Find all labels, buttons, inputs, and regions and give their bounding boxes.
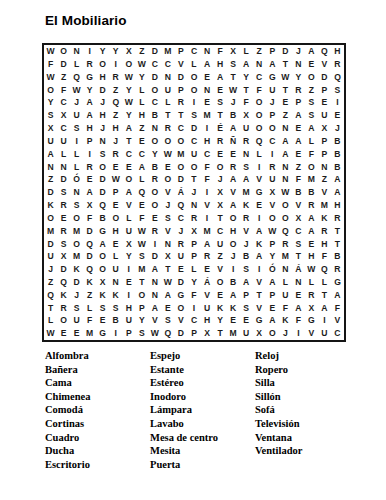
grid-cell: T: [135, 276, 148, 289]
grid-cell: L: [187, 263, 200, 276]
grid-cell: Z: [318, 173, 331, 186]
grid-cell: M: [83, 327, 96, 340]
grid-cell: J: [70, 96, 83, 109]
grid-cell: Q: [174, 199, 187, 212]
grid-cell: W: [161, 148, 174, 161]
grid-cell: Á: [292, 263, 305, 276]
grid-cell: T: [161, 263, 174, 276]
grid-cell: A: [227, 199, 240, 212]
grid-cell: S: [70, 199, 83, 212]
grid-cell: I: [70, 135, 83, 148]
grid-cell: A: [240, 276, 253, 289]
grid-cell: J: [266, 96, 279, 109]
grid-cell: Y: [292, 71, 305, 84]
grid-cell: Q: [318, 45, 331, 58]
grid-cell: Q: [109, 96, 122, 109]
grid-cell: N: [70, 45, 83, 58]
grid-cell: T: [331, 237, 344, 250]
grid-cell: A: [83, 186, 96, 199]
grid-cell: R: [305, 289, 318, 302]
grid-cell: S: [305, 109, 318, 122]
grid-cell: P: [174, 45, 187, 58]
grid-cell: D: [57, 173, 70, 186]
grid-cell: C: [122, 148, 135, 161]
grid-cell: Z: [57, 71, 70, 84]
grid-cell: F: [83, 314, 96, 327]
grid-cell: U: [122, 314, 135, 327]
grid-cell: E: [279, 96, 292, 109]
grid-cell: D: [148, 71, 161, 84]
word-list-item: Sofá: [255, 403, 355, 417]
grid-cell: N: [279, 160, 292, 173]
grid-cell: W: [227, 83, 240, 96]
grid-cell: Q: [161, 327, 174, 340]
grid-cell: R: [214, 135, 227, 148]
grid-cell: F: [135, 212, 148, 225]
grid-cell: P: [240, 289, 253, 302]
grid-cell: A: [318, 302, 331, 315]
grid-cell: R: [201, 250, 214, 263]
grid-cell: B: [148, 109, 161, 122]
grid-cell: K: [96, 289, 109, 302]
grid-cell: S: [240, 302, 253, 315]
grid-cell: H: [201, 314, 214, 327]
grid-cell: O: [148, 83, 161, 96]
grid-cell: P: [187, 250, 200, 263]
grid-cell: C: [187, 135, 200, 148]
word-list-item: Comodá: [45, 403, 150, 417]
grid-cell: E: [201, 96, 214, 109]
grid-cell: N: [44, 160, 57, 173]
grid-cell: O: [227, 237, 240, 250]
grid-cell: B: [292, 186, 305, 199]
grid-cell: N: [148, 122, 161, 135]
grid-cell: R: [174, 237, 187, 250]
grid-cell: V: [161, 186, 174, 199]
grid-cell: B: [227, 276, 240, 289]
grid-cell: V: [122, 199, 135, 212]
grid-cell: F: [187, 289, 200, 302]
grid-cell: B: [331, 148, 344, 161]
grid-cell: L: [70, 58, 83, 71]
grid-cell: J: [227, 96, 240, 109]
grid-cell: R: [148, 173, 161, 186]
word-list-item: Ropero: [255, 363, 355, 377]
grid-cell: O: [279, 212, 292, 225]
word-list-item: Lámpara: [150, 403, 255, 417]
grid-cell: S: [227, 58, 240, 71]
grid-cell: A: [279, 135, 292, 148]
grid-cell: K: [214, 302, 227, 315]
grid-cell: J: [214, 173, 227, 186]
grid-cell: P: [135, 302, 148, 315]
grid-cell: G: [96, 327, 109, 340]
grid-cell: E: [253, 199, 266, 212]
grid-cell: V: [240, 225, 253, 238]
grid-cell: J: [161, 199, 174, 212]
grid-cell: G: [96, 225, 109, 238]
grid-cell: U: [174, 250, 187, 263]
grid-cell: D: [57, 58, 70, 71]
grid-cell: A: [83, 109, 96, 122]
grid-cell: X: [96, 276, 109, 289]
grid-cell: H: [201, 135, 214, 148]
grid-cell: D: [44, 186, 57, 199]
grid-cell: M: [279, 250, 292, 263]
grid-cell: E: [292, 289, 305, 302]
grid-cell: F: [279, 302, 292, 315]
grid-cell: A: [44, 148, 57, 161]
grid-cell: E: [135, 135, 148, 148]
grid-cell: N: [201, 45, 214, 58]
grid-cell: Z: [135, 45, 148, 58]
grid-cell: P: [318, 83, 331, 96]
grid-cell: Z: [253, 45, 266, 58]
grid-cell: S: [305, 96, 318, 109]
grid-cell: O: [266, 122, 279, 135]
grid-cell: Y: [44, 96, 57, 109]
grid-cell: Z: [44, 173, 57, 186]
grid-cell: Q: [253, 135, 266, 148]
grid-cell: L: [135, 96, 148, 109]
grid-cell: S: [187, 109, 200, 122]
grid-cell: O: [174, 302, 187, 315]
grid-cell: H: [122, 302, 135, 315]
grid-cell: K: [253, 237, 266, 250]
word-list-item: Ventilador: [255, 444, 355, 458]
grid-cell: K: [318, 212, 331, 225]
grid-cell: F: [253, 83, 266, 96]
grid-cell: O: [187, 160, 200, 173]
grid-cell: L: [161, 96, 174, 109]
grid-cell: U: [122, 225, 135, 238]
grid-cell: I: [109, 58, 122, 71]
grid-cell: A: [122, 122, 135, 135]
grid-cell: P: [318, 148, 331, 161]
grid-cell: T: [227, 71, 240, 84]
grid-cell: B: [331, 160, 344, 173]
grid-cell: W: [135, 225, 148, 238]
grid-cell: P: [318, 135, 331, 148]
grid-cell: U: [240, 327, 253, 340]
grid-cell: A: [266, 314, 279, 327]
grid-cell: V: [174, 314, 187, 327]
grid-cell: L: [318, 276, 331, 289]
grid-cell: L: [122, 212, 135, 225]
grid-cell: D: [57, 263, 70, 276]
grid-cell: I: [83, 148, 96, 161]
grid-cell: E: [305, 237, 318, 250]
grid-cell: Y: [240, 71, 253, 84]
grid-cell: F: [83, 212, 96, 225]
grid-cell: C: [174, 212, 187, 225]
grid-cell: V: [201, 199, 214, 212]
grid-cell: K: [109, 289, 122, 302]
grid-cell: G: [266, 71, 279, 84]
grid-cell: R: [57, 199, 70, 212]
grid-cell: E: [70, 327, 83, 340]
grid-cell: A: [305, 212, 318, 225]
grid-cell: V: [253, 302, 266, 315]
grid-cell: V: [266, 199, 279, 212]
grid-cell: Q: [318, 263, 331, 276]
grid-cell: L: [253, 148, 266, 161]
grid-cell: U: [318, 327, 331, 340]
grid-cell: R: [83, 160, 96, 173]
grid-cell: N: [109, 276, 122, 289]
grid-cell: É: [214, 122, 227, 135]
grid-cell: W: [122, 71, 135, 84]
grid-cell: L: [83, 302, 96, 315]
grid-cell: D: [83, 250, 96, 263]
grid-cell: P: [266, 45, 279, 58]
grid-cell: O: [44, 83, 57, 96]
grid-cell: S: [70, 122, 83, 135]
grid-cell: O: [70, 237, 83, 250]
grid-cell: C: [214, 225, 227, 238]
grid-cell: G: [174, 289, 187, 302]
grid-cell: J: [292, 45, 305, 58]
grid-cell: V: [148, 314, 161, 327]
word-list-column-1: AlfombraBañeraCamaChimeneaComodáCortinas…: [45, 349, 150, 471]
grid-cell: H: [305, 250, 318, 263]
grid-cell: P: [266, 237, 279, 250]
grid-cell: U: [109, 263, 122, 276]
grid-cell: T: [174, 109, 187, 122]
grid-cell: Y: [135, 314, 148, 327]
grid-cell: X: [292, 212, 305, 225]
grid-cell: X: [161, 250, 174, 263]
grid-cell: D: [279, 45, 292, 58]
grid-cell: O: [122, 173, 135, 186]
grid-cell: Y: [122, 83, 135, 96]
grid-cell: U: [44, 250, 57, 263]
grid-cell: L: [305, 135, 318, 148]
grid-cell: W: [305, 263, 318, 276]
grid-cell: W: [148, 327, 161, 340]
grid-cell: H: [214, 58, 227, 71]
grid-cell: J: [187, 186, 200, 199]
grid-cell: E: [201, 263, 214, 276]
grid-cell: Q: [135, 186, 148, 199]
grid-cell: X: [240, 109, 253, 122]
grid-cell: O: [305, 71, 318, 84]
grid-cell: W: [44, 71, 57, 84]
grid-cell: I: [266, 148, 279, 161]
grid-cell: F: [214, 45, 227, 58]
grid-cell: L: [70, 148, 83, 161]
grid-cell: H: [331, 199, 344, 212]
grid-cell: H: [318, 237, 331, 250]
grid-cell: O: [70, 212, 83, 225]
grid-cell: H: [331, 45, 344, 58]
grid-cell: D: [174, 71, 187, 84]
grid-cell: K: [83, 276, 96, 289]
grid-cell: I: [253, 160, 266, 173]
grid-cell: O: [187, 83, 200, 96]
grid-cell: I: [201, 186, 214, 199]
grid-cell: C: [148, 96, 161, 109]
grid-cell: Y: [96, 45, 109, 58]
grid-cell: Q: [83, 263, 96, 276]
word-list: AlfombraBañeraCamaChimeneaComodáCortinas…: [45, 349, 355, 471]
grid-cell: D: [187, 122, 200, 135]
grid-cell: T: [279, 58, 292, 71]
grid-cell: I: [201, 212, 214, 225]
grid-cell: N: [161, 237, 174, 250]
grid-cell: Z: [279, 109, 292, 122]
grid-cell: T: [122, 135, 135, 148]
grid-cell: L: [187, 58, 200, 71]
grid-cell: D: [96, 173, 109, 186]
grid-cell: F: [292, 173, 305, 186]
grid-cell: E: [227, 314, 240, 327]
grid-cell: Q: [83, 237, 96, 250]
grid-cell: M: [227, 327, 240, 340]
grid-cell: E: [305, 58, 318, 71]
word-list-item: Alfombra: [45, 349, 150, 363]
grid-cell: R: [331, 263, 344, 276]
grid-cell: E: [161, 160, 174, 173]
grid-cell: O: [266, 212, 279, 225]
grid-cell: C: [174, 122, 187, 135]
grid-cell: C: [331, 327, 344, 340]
grid-cell: R: [331, 212, 344, 225]
page-title: El Mobiliario: [45, 13, 127, 28]
word-list-item: Cama: [45, 376, 150, 390]
word-list-item: Reloj: [255, 349, 355, 363]
grid-cell: K: [279, 314, 292, 327]
grid-cell: E: [109, 199, 122, 212]
grid-cell: S: [292, 237, 305, 250]
grid-cell: O: [44, 212, 57, 225]
grid-cell: T: [187, 173, 200, 186]
grid-cell: F: [57, 83, 70, 96]
grid-cell: G: [305, 314, 318, 327]
grid-cell: E: [318, 96, 331, 109]
grid-cell: E: [57, 212, 70, 225]
grid-cell: S: [57, 237, 70, 250]
grid-cell: H: [83, 122, 96, 135]
grid-cell: S: [135, 327, 148, 340]
grid-cell: H: [227, 225, 240, 238]
grid-cell: V: [253, 173, 266, 186]
grid-cell: Ó: [266, 263, 279, 276]
grid-cell: R: [227, 160, 240, 173]
grid-cell: J: [44, 263, 57, 276]
grid-cell: N: [161, 71, 174, 84]
grid-cell: S: [240, 160, 253, 173]
grid-cell: Q: [331, 71, 344, 84]
grid-cell: E: [227, 148, 240, 161]
grid-cell: A: [331, 186, 344, 199]
grid-cell: P: [187, 237, 200, 250]
grid-cell: X: [122, 237, 135, 250]
grid-cell: X: [305, 302, 318, 315]
grid-cell: O: [148, 186, 161, 199]
grid-cell: O: [266, 327, 279, 340]
grid-cell: P: [187, 327, 200, 340]
grid-cell: F: [305, 148, 318, 161]
grid-cell: O: [57, 45, 70, 58]
grid-cell: M: [201, 109, 214, 122]
grid-cell: Z: [135, 122, 148, 135]
grid-cell: H: [135, 109, 148, 122]
word-list-item: Chimenea: [45, 390, 150, 404]
grid-cell: E: [214, 148, 227, 161]
grid-cell: A: [148, 302, 161, 315]
grid-cell: X: [57, 109, 70, 122]
word-list-item: Televisión: [255, 417, 355, 431]
grid-cell: O: [96, 160, 109, 173]
grid-cell: Y: [148, 148, 161, 161]
grid-cell: Á: [174, 186, 187, 199]
grid-cell: P: [292, 96, 305, 109]
grid-cell: C: [161, 58, 174, 71]
grid-cell: W: [122, 96, 135, 109]
grid-cell: E: [148, 212, 161, 225]
grid-cell: R: [109, 71, 122, 84]
grid-cell: J: [331, 122, 344, 135]
grid-cell: H: [96, 109, 109, 122]
grid-cell: X: [227, 45, 240, 58]
word-search-grid: WONIYYXZDMPCNFXLZPDJAQHFDLROIOWCCVLAHSAN…: [42, 43, 346, 342]
grid-cell: R: [187, 212, 200, 225]
grid-cell: A: [292, 109, 305, 122]
grid-cell: P: [122, 327, 135, 340]
grid-cell: R: [331, 58, 344, 71]
grid-cell: O: [253, 96, 266, 109]
grid-cell: O: [122, 58, 135, 71]
grid-cell: O: [109, 212, 122, 225]
grid-cell: E: [214, 83, 227, 96]
grid-cell: S: [96, 148, 109, 161]
grid-cell: X: [83, 199, 96, 212]
grid-cell: T: [214, 212, 227, 225]
grid-cell: M: [161, 45, 174, 58]
grid-cell: R: [109, 148, 122, 161]
grid-cell: O: [161, 135, 174, 148]
grid-cell: M: [174, 148, 187, 161]
grid-cell: E: [83, 173, 96, 186]
grid-cell: C: [135, 148, 148, 161]
grid-cell: A: [292, 302, 305, 315]
grid-cell: O: [57, 314, 70, 327]
grid-cell: O: [174, 135, 187, 148]
word-list-item: Bañera: [45, 363, 150, 377]
grid-cell: E: [214, 289, 227, 302]
grid-cell: E: [201, 71, 214, 84]
grid-cell: F: [201, 173, 214, 186]
grid-cell: I: [83, 45, 96, 58]
grid-cell: S: [135, 250, 148, 263]
grid-cell: A: [227, 122, 240, 135]
grid-cell: D: [96, 83, 109, 96]
grid-cell: Z: [109, 109, 122, 122]
grid-cell: Y: [109, 45, 122, 58]
grid-cell: E: [292, 122, 305, 135]
grid-cell: S: [44, 109, 57, 122]
grid-cell: Z: [292, 160, 305, 173]
grid-cell: N: [148, 276, 161, 289]
grid-cell: R: [266, 160, 279, 173]
grid-cell: B: [240, 250, 253, 263]
grid-cell: L: [57, 148, 70, 161]
grid-cell: I: [109, 327, 122, 340]
grid-cell: I: [148, 237, 161, 250]
word-list-item: Ventana: [255, 431, 355, 445]
grid-cell: N: [279, 263, 292, 276]
